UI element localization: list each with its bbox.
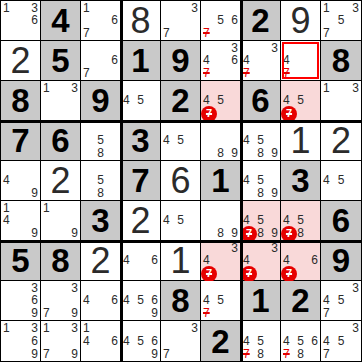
cell-r3c8[interactable]: 457 bbox=[281, 81, 321, 121]
empty-candidate-slot bbox=[215, 2, 227, 14]
cell-r2c8[interactable]: 47 bbox=[281, 41, 321, 81]
cell-r1c5[interactable]: 37 bbox=[161, 1, 201, 41]
empty-candidate-slot bbox=[215, 282, 227, 294]
empty-candidate-slot bbox=[123, 242, 135, 254]
empty-candidate-slot bbox=[215, 134, 227, 146]
empty-candidate-slot bbox=[123, 347, 135, 360]
candidate: 6 bbox=[106, 335, 118, 348]
cell-r9c3[interactable]: 146 bbox=[81, 321, 121, 361]
empty-candidate-slot bbox=[26, 162, 38, 174]
candidate: 9 bbox=[266, 147, 278, 159]
empty-candidate-slot bbox=[295, 322, 307, 335]
empty-candidate-slot bbox=[3, 187, 15, 199]
empty-candidate-slot bbox=[335, 162, 347, 174]
cell-r1c2[interactable]: 4 bbox=[41, 1, 81, 41]
solved-digit: 1 bbox=[281, 121, 320, 160]
candidate: 5 bbox=[295, 94, 307, 106]
empty-candidate-slot bbox=[163, 322, 175, 335]
candidate: 8 bbox=[295, 347, 307, 360]
empty-candidate-slot bbox=[175, 227, 187, 239]
empty-candidate-slot bbox=[163, 147, 175, 159]
empty-candidate-slot bbox=[226, 2, 238, 14]
empty-candidate-slot bbox=[323, 282, 335, 294]
candidate: 4 bbox=[243, 134, 255, 146]
solved-digit: 2 bbox=[81, 241, 120, 280]
empty-candidate-slot bbox=[215, 27, 227, 39]
cell-r8c1[interactable]: 369 bbox=[1, 281, 41, 321]
candidate: 8 bbox=[295, 227, 307, 239]
solved-digit: 2 bbox=[1, 41, 40, 80]
pencil-marks: 167 bbox=[83, 2, 118, 39]
empty-candidate-slot bbox=[135, 254, 147, 266]
empty-candidate-slot bbox=[135, 242, 147, 254]
eliminated-candidate: 7 bbox=[203, 27, 215, 39]
cell-r8c6[interactable]: 457 bbox=[201, 281, 241, 321]
candidate: 5 bbox=[295, 214, 307, 226]
candidate: 6 bbox=[146, 254, 158, 266]
empty-candidate-slot bbox=[335, 82, 347, 94]
candidate: 9 bbox=[266, 227, 278, 239]
cell-r7c3[interactable]: 2 bbox=[81, 241, 121, 281]
cell-r9c9[interactable]: 3457 bbox=[321, 321, 361, 361]
empty-candidate-slot bbox=[203, 242, 215, 254]
empty-candidate-slot bbox=[203, 14, 215, 26]
cell-r9c2[interactable]: 1379 bbox=[41, 321, 81, 361]
cell-r5c2[interactable]: 2 bbox=[41, 161, 81, 201]
cell-r1c9[interactable]: 1357 bbox=[321, 1, 361, 41]
empty-candidate-slot bbox=[323, 14, 335, 26]
candidate: 5 bbox=[95, 174, 107, 186]
given-digit: 8 bbox=[321, 41, 361, 80]
empty-candidate-slot bbox=[215, 107, 227, 119]
empty-candidate-slot bbox=[255, 67, 267, 79]
empty-candidate-slot bbox=[306, 214, 318, 226]
candidate: 9 bbox=[146, 347, 158, 360]
empty-candidate-slot bbox=[215, 267, 227, 279]
given-digit: 3 bbox=[121, 121, 160, 160]
empty-candidate-slot bbox=[106, 174, 118, 186]
cell-r2c1[interactable]: 2 bbox=[1, 41, 41, 81]
candidate: 6 bbox=[146, 335, 158, 348]
solved-digit: 6 bbox=[161, 161, 200, 200]
empty-candidate-slot bbox=[3, 162, 15, 174]
empty-candidate-slot bbox=[255, 162, 267, 174]
candidate: 1 bbox=[3, 2, 15, 14]
pencil-marks: 13 bbox=[43, 82, 78, 119]
empty-candidate-slot bbox=[95, 294, 107, 306]
candidate: 4 bbox=[323, 174, 335, 186]
empty-candidate-slot bbox=[106, 27, 118, 39]
candidate: 1 bbox=[323, 82, 335, 94]
empty-candidate-slot bbox=[15, 202, 27, 214]
empty-candidate-slot bbox=[15, 2, 27, 14]
empty-candidate-slot bbox=[66, 294, 78, 306]
cell-r7c8[interactable]: 467 bbox=[281, 241, 321, 281]
cell-r5c7[interactable]: 4589 bbox=[241, 161, 281, 201]
given-digit: 2 bbox=[161, 81, 200, 120]
empty-candidate-slot bbox=[266, 267, 278, 279]
empty-candidate-slot bbox=[226, 134, 238, 146]
empty-candidate-slot bbox=[255, 42, 267, 54]
cell-r8c8[interactable]: 2 bbox=[281, 281, 321, 321]
given-digit: 1 bbox=[121, 41, 160, 80]
empty-candidate-slot bbox=[83, 134, 95, 146]
cell-r5c5[interactable]: 6 bbox=[161, 161, 201, 201]
candidate: 5 bbox=[335, 14, 347, 26]
candidate: 3 bbox=[26, 282, 38, 294]
cell-r1c3[interactable]: 167 bbox=[81, 1, 121, 41]
empty-candidate-slot bbox=[347, 347, 359, 360]
cell-r3c7[interactable]: 6 bbox=[241, 81, 281, 121]
cell-r3c2[interactable]: 13 bbox=[41, 81, 81, 121]
empty-candidate-slot bbox=[283, 202, 295, 214]
empty-candidate-slot bbox=[163, 122, 175, 134]
cell-r9c1[interactable]: 1369 bbox=[1, 321, 41, 361]
candidate: 4 bbox=[283, 94, 295, 106]
candidate: 6 bbox=[226, 14, 238, 26]
empty-candidate-slot bbox=[203, 134, 215, 146]
empty-candidate-slot bbox=[43, 214, 55, 226]
empty-candidate-slot bbox=[95, 54, 107, 66]
cell-r2c5[interactable]: 9 bbox=[161, 41, 201, 81]
empty-candidate-slot bbox=[295, 82, 307, 94]
cell-r1c8[interactable]: 9 bbox=[281, 1, 321, 41]
cell-r4c1[interactable]: 7 bbox=[1, 121, 41, 161]
cell-r6c5[interactable]: 45 bbox=[161, 201, 201, 241]
candidate: 7 bbox=[163, 347, 175, 360]
candidate-cell: 7 bbox=[243, 227, 255, 239]
pencil-marks: 4578 bbox=[283, 202, 318, 239]
candidate: 1 bbox=[43, 202, 55, 214]
cell-r4c3[interactable]: 58 bbox=[81, 121, 121, 161]
empty-candidate-slot bbox=[106, 347, 118, 360]
cell-r7c1[interactable]: 5 bbox=[1, 241, 41, 281]
eliminated-candidate: 7 bbox=[203, 67, 215, 79]
empty-candidate-slot bbox=[203, 82, 215, 94]
empty-candidate-slot bbox=[3, 27, 15, 39]
cell-r5c6[interactable]: 1 bbox=[201, 161, 241, 201]
pencil-marks: 1379 bbox=[43, 322, 78, 360]
cell-r2c2[interactable]: 5 bbox=[41, 41, 81, 81]
candidate: 4 bbox=[243, 54, 255, 66]
eliminated-candidate: 7 bbox=[243, 67, 255, 79]
empty-candidate-slot bbox=[295, 107, 307, 119]
empty-candidate-slot bbox=[106, 134, 118, 146]
cell-r4c4[interactable]: 3 bbox=[121, 121, 161, 161]
empty-candidate-slot bbox=[203, 42, 215, 54]
cell-r8c5[interactable]: 8 bbox=[161, 281, 201, 321]
empty-candidate-slot bbox=[83, 187, 95, 199]
empty-candidate-slot bbox=[55, 82, 67, 94]
pencil-marks: 347 bbox=[243, 42, 278, 79]
cell-r1c4[interactable]: 8 bbox=[121, 1, 161, 41]
empty-candidate-slot bbox=[146, 94, 158, 106]
pencil-marks: 45 bbox=[163, 202, 198, 239]
given-digit: 2 bbox=[281, 281, 320, 320]
cell-r5c1[interactable]: 49 bbox=[1, 161, 41, 201]
cell-r4c9[interactable]: 2 bbox=[321, 121, 361, 161]
candidate: 4 bbox=[243, 174, 255, 186]
empty-candidate-slot bbox=[146, 242, 158, 254]
pencil-marks: 1369 bbox=[3, 322, 38, 360]
empty-candidate-slot bbox=[266, 54, 278, 66]
candidate-cell: 7 bbox=[283, 267, 295, 279]
candidate: 4 bbox=[283, 214, 295, 226]
empty-candidate-slot bbox=[106, 67, 118, 79]
empty-candidate-slot bbox=[323, 162, 335, 174]
given-digit: 9 bbox=[321, 241, 361, 280]
candidate: 3 bbox=[186, 2, 198, 14]
empty-candidate-slot bbox=[95, 322, 107, 335]
empty-candidate-slot bbox=[95, 347, 107, 360]
empty-candidate-slot bbox=[335, 282, 347, 294]
cell-r8c2[interactable]: 379 bbox=[41, 281, 81, 321]
cell-r3c1[interactable]: 8 bbox=[1, 81, 41, 121]
candidate: 9 bbox=[26, 187, 38, 199]
candidate: 5 bbox=[135, 335, 147, 348]
candidate: 7 bbox=[83, 67, 95, 79]
cell-r4c5[interactable]: 45 bbox=[161, 121, 201, 161]
empty-candidate-slot bbox=[43, 107, 55, 119]
empty-candidate-slot bbox=[123, 107, 135, 119]
empty-candidate-slot bbox=[55, 294, 67, 306]
empty-candidate-slot bbox=[255, 254, 267, 266]
empty-candidate-slot bbox=[347, 27, 359, 39]
cell-r6c9[interactable]: 6 bbox=[321, 201, 361, 241]
empty-candidate-slot bbox=[146, 107, 158, 119]
empty-candidate-slot bbox=[323, 94, 335, 106]
candidate: 3 bbox=[347, 322, 359, 335]
given-digit: 5 bbox=[41, 41, 80, 80]
empty-candidate-slot bbox=[106, 322, 118, 335]
cell-r5c4[interactable]: 7 bbox=[121, 161, 161, 201]
given-digit: 1 bbox=[201, 161, 240, 200]
cell-r3c9[interactable]: 13 bbox=[321, 81, 361, 121]
empty-candidate-slot bbox=[26, 27, 38, 39]
cell-r7c5[interactable]: 1 bbox=[161, 241, 201, 281]
cell-r3c6[interactable]: 457 bbox=[201, 81, 241, 121]
empty-candidate-slot bbox=[66, 335, 78, 348]
cell-r2c9[interactable]: 8 bbox=[321, 41, 361, 81]
cell-r4c8[interactable]: 1 bbox=[281, 121, 321, 161]
candidate: 7 bbox=[43, 307, 55, 319]
empty-candidate-slot bbox=[283, 42, 295, 54]
empty-candidate-slot bbox=[243, 187, 255, 199]
cell-r6c8[interactable]: 4578 bbox=[281, 201, 321, 241]
empty-candidate-slot bbox=[175, 122, 187, 134]
candidate: 5 bbox=[335, 335, 347, 348]
candidate: 5 bbox=[175, 214, 187, 226]
cell-r5c8[interactable]: 3 bbox=[281, 161, 321, 201]
empty-candidate-slot bbox=[15, 294, 27, 306]
cell-r9c5[interactable]: 37 bbox=[161, 321, 201, 361]
candidate: 5 bbox=[95, 134, 107, 146]
empty-candidate-slot bbox=[335, 187, 347, 199]
candidate: 4 bbox=[323, 335, 335, 348]
box-divider-vertical-2 bbox=[240, 1, 243, 361]
cell-r7c4[interactable]: 46 bbox=[121, 241, 161, 281]
cell-r4c7[interactable]: 4589 bbox=[241, 121, 281, 161]
empty-candidate-slot bbox=[106, 147, 118, 159]
solved-digit: 8 bbox=[121, 1, 160, 40]
cell-r2c4[interactable]: 1 bbox=[121, 41, 161, 81]
candidate: 8 bbox=[255, 187, 267, 199]
candidate: 4 bbox=[323, 294, 335, 306]
candidate: 4 bbox=[163, 134, 175, 146]
candidate: 7 bbox=[323, 347, 335, 360]
empty-candidate-slot bbox=[83, 347, 95, 360]
empty-candidate-slot bbox=[306, 54, 318, 66]
cell-r7c2[interactable]: 8 bbox=[41, 241, 81, 281]
empty-candidate-slot bbox=[95, 27, 107, 39]
cell-r7c6[interactable]: 347 bbox=[201, 241, 241, 281]
empty-candidate-slot bbox=[186, 122, 198, 134]
empty-candidate-slot bbox=[95, 14, 107, 26]
cell-r9c7[interactable]: 4578 bbox=[241, 321, 281, 361]
empty-candidate-slot bbox=[83, 174, 95, 186]
cell-r2c3[interactable]: 67 bbox=[81, 41, 121, 81]
empty-candidate-slot bbox=[226, 254, 238, 266]
candidate: 4 bbox=[83, 335, 95, 348]
pencil-marks: 37 bbox=[163, 322, 198, 360]
cell-r3c5[interactable]: 2 bbox=[161, 81, 201, 121]
empty-candidate-slot bbox=[306, 242, 318, 254]
pencil-marks: 67 bbox=[83, 42, 118, 79]
cell-r5c3[interactable]: 58 bbox=[81, 161, 121, 201]
cell-r2c6[interactable]: 3467 bbox=[201, 41, 241, 81]
pencil-marks: 457 bbox=[203, 282, 238, 319]
candidate: 7 bbox=[163, 27, 175, 39]
empty-candidate-slot bbox=[175, 147, 187, 159]
empty-candidate-slot bbox=[15, 322, 27, 335]
cell-r9c4[interactable]: 4569 bbox=[121, 321, 161, 361]
empty-candidate-slot bbox=[255, 54, 267, 66]
cell-r8c3[interactable]: 46 bbox=[81, 281, 121, 321]
empty-candidate-slot bbox=[15, 335, 27, 348]
candidate: 9 bbox=[26, 227, 38, 239]
candidate: 4 bbox=[123, 335, 135, 348]
cell-r6c2[interactable]: 19 bbox=[41, 201, 81, 241]
eliminated-candidate: 7 bbox=[243, 347, 255, 360]
empty-candidate-slot bbox=[266, 67, 278, 79]
empty-candidate-slot bbox=[226, 122, 238, 134]
cell-r8c7[interactable]: 1 bbox=[241, 281, 281, 321]
cell-r8c4[interactable]: 4569 bbox=[121, 281, 161, 321]
empty-candidate-slot bbox=[83, 122, 95, 134]
candidate-cell: 7 bbox=[283, 107, 295, 119]
candidate: 6 bbox=[146, 294, 158, 306]
empty-candidate-slot bbox=[15, 14, 27, 26]
empty-candidate-slot bbox=[226, 307, 238, 319]
empty-candidate-slot bbox=[306, 227, 318, 239]
empty-candidate-slot bbox=[135, 82, 147, 94]
candidate: 4 bbox=[243, 335, 255, 348]
empty-candidate-slot bbox=[15, 227, 27, 239]
cell-r5c9[interactable]: 45 bbox=[321, 161, 361, 201]
cell-r6c6[interactable]: 89 bbox=[201, 201, 241, 241]
given-digit: 9 bbox=[161, 41, 200, 80]
candidate: 8 bbox=[255, 227, 267, 239]
cell-r6c1[interactable]: 149 bbox=[1, 201, 41, 241]
cell-r6c7[interactable]: 45789 bbox=[241, 201, 281, 241]
cell-r9c6[interactable]: 2 bbox=[201, 321, 241, 361]
empty-candidate-slot bbox=[135, 322, 147, 335]
empty-candidate-slot bbox=[135, 267, 147, 279]
cell-r8c9[interactable]: 3457 bbox=[321, 281, 361, 321]
empty-candidate-slot bbox=[55, 347, 67, 360]
cell-r1c6[interactable]: 567 bbox=[201, 1, 241, 41]
empty-candidate-slot bbox=[95, 2, 107, 14]
empty-candidate-slot bbox=[135, 107, 147, 119]
empty-candidate-slot bbox=[335, 94, 347, 106]
candidate: 6 bbox=[306, 335, 318, 348]
cell-r3c4[interactable]: 45 bbox=[121, 81, 161, 121]
candidate: 9 bbox=[26, 347, 38, 360]
cell-r7c7[interactable]: 347 bbox=[241, 241, 281, 281]
empty-candidate-slot bbox=[123, 322, 135, 335]
pencil-marks: 45678 bbox=[283, 322, 318, 360]
empty-candidate-slot bbox=[95, 335, 107, 348]
candidate: 4 bbox=[283, 335, 295, 348]
pencil-marks: 46 bbox=[83, 282, 118, 319]
candidate: 3 bbox=[66, 282, 78, 294]
cell-r1c1[interactable]: 136 bbox=[1, 1, 41, 41]
empty-candidate-slot bbox=[55, 202, 67, 214]
empty-candidate-slot bbox=[83, 282, 95, 294]
solved-digit: 1 bbox=[161, 241, 200, 280]
empty-candidate-slot bbox=[106, 2, 118, 14]
candidate: 4 bbox=[243, 254, 255, 266]
pencil-marks: 46 bbox=[123, 242, 158, 279]
candidate: 5 bbox=[255, 214, 267, 226]
candidate: 9 bbox=[66, 347, 78, 360]
pencil-marks: 45 bbox=[323, 162, 359, 199]
solved-digit: 2 bbox=[121, 201, 160, 240]
cell-r4c2[interactable]: 6 bbox=[41, 121, 81, 161]
cell-r2c7[interactable]: 347 bbox=[241, 41, 281, 81]
empty-candidate-slot bbox=[175, 202, 187, 214]
empty-candidate-slot bbox=[55, 214, 67, 226]
candidate: 6 bbox=[106, 294, 118, 306]
empty-candidate-slot bbox=[226, 214, 238, 226]
empty-candidate-slot bbox=[323, 322, 335, 335]
empty-candidate-slot bbox=[295, 267, 307, 279]
cell-r9c8[interactable]: 45678 bbox=[281, 321, 321, 361]
cell-r6c3[interactable]: 3 bbox=[81, 201, 121, 241]
candidate: 9 bbox=[226, 227, 238, 239]
given-digit: 4 bbox=[41, 1, 80, 40]
cell-r1c7[interactable]: 2 bbox=[241, 1, 281, 41]
candidate-cell: 7 bbox=[203, 267, 215, 279]
candidate: 5 bbox=[135, 294, 147, 306]
empty-candidate-slot bbox=[335, 322, 347, 335]
empty-candidate-slot bbox=[203, 214, 215, 226]
empty-candidate-slot bbox=[335, 27, 347, 39]
empty-candidate-slot bbox=[106, 162, 118, 174]
candidate: 1 bbox=[43, 322, 55, 335]
candidate: 4 bbox=[3, 214, 15, 226]
empty-candidate-slot bbox=[175, 14, 187, 26]
cell-r7c9[interactable]: 9 bbox=[321, 241, 361, 281]
empty-candidate-slot bbox=[55, 107, 67, 119]
empty-candidate-slot bbox=[186, 214, 198, 226]
eliminated-candidate: 7 bbox=[283, 347, 295, 360]
cell-r6c4[interactable]: 2 bbox=[121, 201, 161, 241]
solved-digit: 2 bbox=[41, 161, 80, 200]
cell-r4c6[interactable]: 89 bbox=[201, 121, 241, 161]
pencil-marks: 347 bbox=[243, 242, 278, 279]
cell-r3c3[interactable]: 9 bbox=[81, 81, 121, 121]
